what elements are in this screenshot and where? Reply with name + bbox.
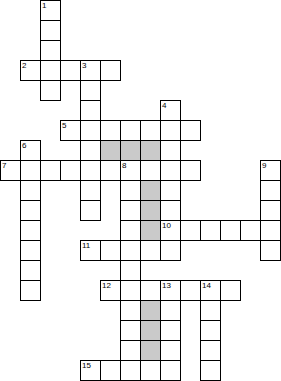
crossword-cell[interactable]: 6	[20, 140, 41, 161]
crossword-cell[interactable]	[200, 320, 221, 341]
crossword-cell[interactable]	[140, 160, 161, 181]
clue-number: 7	[2, 161, 6, 170]
clue-number: 11	[82, 241, 90, 250]
crossword-cell[interactable]	[40, 60, 61, 81]
crossword-cell[interactable]	[140, 120, 161, 141]
crossword-cell[interactable]	[140, 280, 161, 301]
crossword-cell[interactable]: 13	[160, 280, 181, 301]
crossword-cell[interactable]: 12	[100, 280, 121, 301]
clue-number: 13	[162, 281, 171, 290]
crossword-cell[interactable]	[80, 120, 101, 141]
crossword-cell[interactable]	[120, 320, 141, 341]
clue-number: 4	[162, 101, 166, 110]
crossword-cell[interactable]	[60, 160, 81, 181]
crossword-cell[interactable]: 2	[20, 60, 41, 81]
crossword-cell[interactable]	[120, 220, 141, 241]
crossword-cell[interactable]	[120, 300, 141, 321]
crossword-cell[interactable]	[160, 200, 181, 221]
crossword-cell[interactable]	[180, 280, 201, 301]
crossword-cell[interactable]	[220, 220, 241, 241]
crossword-cell[interactable]	[20, 220, 41, 241]
crossword-cell[interactable]	[20, 200, 41, 221]
crossword-cell[interactable]	[140, 240, 161, 261]
crossword-cell[interactable]	[180, 220, 201, 241]
crossword-cell[interactable]	[140, 360, 161, 381]
crossword-cell[interactable]	[160, 320, 181, 341]
crossword-cell[interactable]	[40, 80, 61, 101]
crossword-cell[interactable]	[120, 360, 141, 381]
crossword-cell[interactable]	[40, 40, 61, 61]
clue-number: 3	[82, 61, 86, 70]
crossword-cell[interactable]	[20, 260, 41, 281]
clue-number: 1	[42, 1, 46, 10]
crossword-cell[interactable]: 8	[120, 160, 141, 181]
clue-number: 15	[82, 361, 91, 370]
crossword-cell[interactable]	[120, 260, 141, 281]
crossword-cell[interactable]	[260, 180, 281, 201]
crossword-cell[interactable]	[200, 360, 221, 381]
shaded-cell	[140, 340, 161, 361]
crossword-cell[interactable]	[260, 220, 281, 241]
crossword-cell[interactable]	[200, 300, 221, 321]
shaded-cell	[140, 180, 161, 201]
crossword-cell[interactable]	[80, 180, 101, 201]
crossword-cell[interactable]: 15	[80, 360, 101, 381]
crossword-cell[interactable]	[80, 140, 101, 161]
crossword-cell[interactable]	[120, 280, 141, 301]
crossword-cell[interactable]: 7	[0, 160, 21, 181]
crossword-cell[interactable]	[60, 60, 81, 81]
crossword-cell[interactable]	[160, 160, 181, 181]
clue-number: 14	[202, 281, 211, 290]
crossword-cell[interactable]	[160, 340, 181, 361]
crossword-cell[interactable]	[20, 280, 41, 301]
shaded-cell	[140, 220, 161, 241]
clue-number: 9	[262, 161, 266, 170]
crossword-cell[interactable]	[80, 100, 101, 121]
crossword-cell[interactable]	[100, 120, 121, 141]
crossword-cell[interactable]	[160, 300, 181, 321]
crossword-cell[interactable]: 1	[40, 0, 61, 21]
clue-number: 8	[122, 161, 126, 170]
crossword-cell[interactable]: 10	[160, 220, 181, 241]
crossword-cell[interactable]: 11	[80, 240, 101, 261]
crossword-cell[interactable]: 5	[60, 120, 81, 141]
crossword-cell[interactable]	[120, 200, 141, 221]
crossword-cell[interactable]: 4	[160, 100, 181, 121]
shaded-cell	[140, 200, 161, 221]
crossword-cell[interactable]	[200, 220, 221, 241]
crossword-cell[interactable]	[120, 120, 141, 141]
shaded-cell	[140, 320, 161, 341]
shaded-cell	[120, 140, 141, 161]
crossword-cell[interactable]	[120, 240, 141, 261]
crossword-cell[interactable]	[100, 240, 121, 261]
crossword-cell[interactable]	[80, 200, 101, 221]
crossword-cell[interactable]	[100, 60, 121, 81]
clue-number: 2	[22, 61, 26, 70]
shaded-cell	[140, 300, 161, 321]
crossword-cell[interactable]	[260, 240, 281, 261]
crossword-cell[interactable]	[160, 120, 181, 141]
crossword-cell[interactable]	[20, 180, 41, 201]
crossword-cell[interactable]	[120, 340, 141, 361]
clue-number: 10	[162, 221, 171, 230]
crossword-cell[interactable]	[220, 280, 241, 301]
crossword-cell[interactable]	[80, 160, 101, 181]
crossword-cell[interactable]	[80, 80, 101, 101]
clue-number: 5	[62, 121, 66, 130]
crossword-cell[interactable]	[240, 220, 261, 241]
crossword-cell[interactable]: 14	[200, 280, 221, 301]
crossword-cell[interactable]	[40, 20, 61, 41]
crossword-cell[interactable]	[160, 180, 181, 201]
clue-number: 6	[22, 141, 26, 150]
crossword-cell[interactable]: 9	[260, 160, 281, 181]
crossword-cell[interactable]	[180, 120, 201, 141]
crossword-cell[interactable]	[160, 360, 181, 381]
crossword-cell[interactable]	[20, 240, 41, 261]
shaded-cell	[100, 140, 121, 161]
crossword-cell[interactable]	[160, 140, 181, 161]
crossword-cell[interactable]	[120, 180, 141, 201]
crossword-cell[interactable]: 3	[80, 60, 101, 81]
crossword-cell[interactable]	[200, 340, 221, 361]
clue-number: 12	[102, 281, 111, 290]
crossword-cell[interactable]	[40, 160, 61, 181]
crossword-cell[interactable]	[160, 240, 181, 261]
crossword-cell[interactable]	[180, 160, 201, 181]
crossword-cell[interactable]	[100, 160, 121, 181]
crossword-cell[interactable]	[20, 160, 41, 181]
crossword-cell[interactable]	[100, 360, 121, 381]
shaded-cell	[140, 140, 161, 161]
crossword-cell[interactable]	[260, 200, 281, 221]
crossword-grid: 123456789101112131415	[0, 0, 281, 381]
